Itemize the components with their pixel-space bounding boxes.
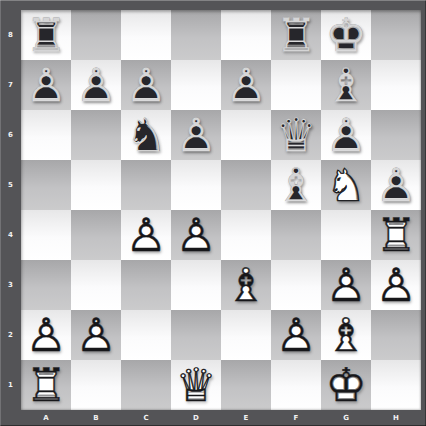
black-pawn-glyph-fill: ♟ [71, 60, 121, 110]
white-bishop-glyph-fill: ♝ [321, 310, 371, 360]
square-d1[interactable]: ♛♕ [171, 360, 221, 410]
black-pawn-glyph-outline: ♙ [321, 110, 371, 160]
black-rook-glyph-outline: ♖ [21, 10, 71, 60]
white-rook-glyph-outline: ♖ [371, 210, 421, 260]
square-b6[interactable] [71, 110, 121, 160]
board: ♜♖♜♖♚♔♟♙♟♙♟♙♟♙♝♗♞♘♟♙♛♕♟♙♝♗♞♘♟♙♟♙♟♙♜♖♝♗♟♙… [21, 10, 421, 410]
square-f2[interactable]: ♟♙ [271, 310, 321, 360]
square-f7[interactable] [271, 60, 321, 110]
black-bishop-glyph-outline: ♗ [321, 60, 371, 110]
file-label-d: D [171, 410, 221, 426]
piece-white-bishop[interactable]: ♝♗ [221, 260, 271, 310]
piece-white-pawn[interactable]: ♟♙ [121, 210, 171, 260]
board-frame: 87654321 ♜♖♜♖♚♔♟♙♟♙♟♙♟♙♝♗♞♘♟♙♛♕♟♙♝♗♞♘♟♙♟… [0, 0, 426, 426]
rank-label-3: 3 [0, 260, 21, 310]
white-bishop-glyph-outline: ♗ [321, 310, 371, 360]
black-queen-glyph-fill: ♛ [271, 110, 321, 160]
rank-label-8: 8 [0, 10, 21, 60]
white-pawn-glyph-outline: ♙ [321, 260, 371, 310]
white-rook-glyph-fill: ♜ [371, 210, 421, 260]
piece-white-bishop[interactable]: ♝♗ [321, 310, 371, 360]
piece-white-king[interactable]: ♚♔ [321, 360, 371, 410]
square-d7[interactable] [171, 60, 221, 110]
square-d3[interactable] [171, 260, 221, 310]
white-pawn-glyph-fill: ♟ [371, 260, 421, 310]
piece-white-queen[interactable]: ♛♕ [171, 360, 221, 410]
black-pawn-glyph-fill: ♟ [171, 110, 221, 160]
piece-white-knight[interactable]: ♞♘ [321, 160, 371, 210]
black-pawn-glyph-outline: ♙ [71, 60, 121, 110]
square-d8[interactable] [171, 10, 221, 60]
black-pawn-glyph-outline: ♙ [221, 60, 271, 110]
square-b1[interactable] [71, 360, 121, 410]
piece-black-pawn[interactable]: ♟♙ [71, 60, 121, 110]
square-a5[interactable] [21, 160, 71, 210]
black-pawn-glyph-fill: ♟ [321, 110, 371, 160]
piece-black-queen[interactable]: ♛♕ [271, 110, 321, 160]
piece-black-rook[interactable]: ♜♖ [21, 10, 71, 60]
square-f1[interactable] [271, 360, 321, 410]
square-a8[interactable]: ♜♖ [21, 10, 71, 60]
piece-black-pawn[interactable]: ♟♙ [221, 60, 271, 110]
square-e5[interactable] [221, 160, 271, 210]
black-pawn-glyph-outline: ♙ [371, 160, 421, 210]
white-pawn-glyph-fill: ♟ [171, 210, 221, 260]
square-c2[interactable] [121, 310, 171, 360]
file-label-b: B [71, 410, 121, 426]
square-h3[interactable]: ♟♙ [371, 260, 421, 310]
white-pawn-glyph-fill: ♟ [21, 310, 71, 360]
square-f8[interactable]: ♜♖ [271, 10, 321, 60]
black-queen-glyph-outline: ♕ [271, 110, 321, 160]
square-f6[interactable]: ♛♕ [271, 110, 321, 160]
black-pawn-glyph-fill: ♟ [21, 60, 71, 110]
white-pawn-glyph-fill: ♟ [71, 310, 121, 360]
square-c4[interactable]: ♟♙ [121, 210, 171, 260]
white-pawn-glyph-outline: ♙ [71, 310, 121, 360]
square-e7[interactable]: ♟♙ [221, 60, 271, 110]
black-bishop-glyph-outline: ♗ [271, 160, 321, 210]
black-pawn-glyph-outline: ♙ [21, 60, 71, 110]
white-rook-glyph-outline: ♖ [21, 360, 71, 410]
square-c1[interactable] [121, 360, 171, 410]
black-bishop-glyph-fill: ♝ [271, 160, 321, 210]
square-h4[interactable]: ♜♖ [371, 210, 421, 260]
white-knight-glyph-outline: ♘ [321, 160, 371, 210]
white-knight-glyph-fill: ♞ [321, 160, 371, 210]
square-g7[interactable]: ♝♗ [321, 60, 371, 110]
square-f4[interactable] [271, 210, 321, 260]
square-a7[interactable]: ♟♙ [21, 60, 71, 110]
rank-label-2: 2 [0, 310, 21, 360]
piece-black-bishop[interactable]: ♝♗ [271, 160, 321, 210]
piece-white-pawn[interactable]: ♟♙ [321, 260, 371, 310]
rank-label-7: 7 [0, 60, 21, 110]
piece-white-rook[interactable]: ♜♖ [21, 360, 71, 410]
square-b7[interactable]: ♟♙ [71, 60, 121, 110]
black-pawn-glyph-outline: ♙ [121, 60, 171, 110]
black-pawn-glyph-fill: ♟ [221, 60, 271, 110]
square-a3[interactable] [21, 260, 71, 310]
square-e1[interactable] [221, 360, 271, 410]
square-h5[interactable]: ♟♙ [371, 160, 421, 210]
square-g1[interactable]: ♚♔ [321, 360, 371, 410]
black-pawn-glyph-outline: ♙ [171, 110, 221, 160]
file-label-c: C [121, 410, 171, 426]
black-king-glyph-outline: ♔ [321, 10, 371, 60]
white-bishop-glyph-outline: ♗ [221, 260, 271, 310]
square-d4[interactable]: ♟♙ [171, 210, 221, 260]
square-h1[interactable] [371, 360, 421, 410]
square-a2[interactable]: ♟♙ [21, 310, 71, 360]
file-label-g: G [321, 410, 371, 426]
white-queen-glyph-outline: ♕ [171, 360, 221, 410]
square-d6[interactable]: ♟♙ [171, 110, 221, 160]
square-e4[interactable] [221, 210, 271, 260]
square-g4[interactable] [321, 210, 371, 260]
file-label-f: F [271, 410, 321, 426]
file-label-a: A [21, 410, 71, 426]
rank-label-4: 4 [0, 210, 21, 260]
black-knight-glyph-outline: ♘ [121, 110, 171, 160]
rank-labels: 87654321 [0, 10, 21, 410]
piece-black-pawn[interactable]: ♟♙ [121, 60, 171, 110]
square-c8[interactable] [121, 10, 171, 60]
square-a4[interactable] [21, 210, 71, 260]
square-e3[interactable]: ♝♗ [221, 260, 271, 310]
piece-black-pawn[interactable]: ♟♙ [371, 160, 421, 210]
piece-white-pawn[interactable]: ♟♙ [21, 310, 71, 360]
square-g2[interactable]: ♝♗ [321, 310, 371, 360]
square-g3[interactable]: ♟♙ [321, 260, 371, 310]
square-g6[interactable]: ♟♙ [321, 110, 371, 160]
piece-black-knight[interactable]: ♞♘ [121, 110, 171, 160]
black-bishop-glyph-fill: ♝ [321, 60, 371, 110]
piece-white-rook[interactable]: ♜♖ [371, 210, 421, 260]
square-f5[interactable]: ♝♗ [271, 160, 321, 210]
piece-black-rook[interactable]: ♜♖ [271, 10, 321, 60]
white-pawn-glyph-outline: ♙ [171, 210, 221, 260]
black-rook-glyph-fill: ♜ [21, 10, 71, 60]
file-label-h: H [371, 410, 421, 426]
square-f3[interactable] [271, 260, 321, 310]
file-labels: ABCDEFGH [21, 410, 421, 426]
piece-white-pawn[interactable]: ♟♙ [271, 310, 321, 360]
square-d5[interactable] [171, 160, 221, 210]
white-pawn-glyph-outline: ♙ [371, 260, 421, 310]
white-pawn-glyph-outline: ♙ [21, 310, 71, 360]
square-e6[interactable] [221, 110, 271, 160]
square-e8[interactable] [221, 10, 271, 60]
square-h6[interactable] [371, 110, 421, 160]
rank-label-6: 6 [0, 110, 21, 160]
piece-white-pawn[interactable]: ♟♙ [371, 260, 421, 310]
square-c7[interactable]: ♟♙ [121, 60, 171, 110]
piece-white-pawn[interactable]: ♟♙ [71, 310, 121, 360]
square-b2[interactable]: ♟♙ [71, 310, 121, 360]
piece-black-pawn[interactable]: ♟♙ [321, 110, 371, 160]
piece-black-pawn[interactable]: ♟♙ [171, 110, 221, 160]
white-queen-glyph-fill: ♛ [171, 360, 221, 410]
white-pawn-glyph-fill: ♟ [121, 210, 171, 260]
white-king-glyph-outline: ♔ [321, 360, 371, 410]
square-b4[interactable] [71, 210, 121, 260]
rank-label-5: 5 [0, 160, 21, 210]
white-bishop-glyph-fill: ♝ [221, 260, 271, 310]
white-pawn-glyph-outline: ♙ [121, 210, 171, 260]
piece-black-king[interactable]: ♚♔ [321, 10, 371, 60]
white-king-glyph-fill: ♚ [321, 360, 371, 410]
square-a1[interactable]: ♜♖ [21, 360, 71, 410]
rank-label-1: 1 [0, 360, 21, 410]
black-rook-glyph-outline: ♖ [271, 10, 321, 60]
piece-black-pawn[interactable]: ♟♙ [21, 60, 71, 110]
black-pawn-glyph-fill: ♟ [121, 60, 171, 110]
black-king-glyph-fill: ♚ [321, 10, 371, 60]
white-pawn-glyph-outline: ♙ [271, 310, 321, 360]
black-rook-glyph-fill: ♜ [271, 10, 321, 60]
black-knight-glyph-fill: ♞ [121, 110, 171, 160]
black-pawn-glyph-fill: ♟ [371, 160, 421, 210]
piece-white-pawn[interactable]: ♟♙ [171, 210, 221, 260]
square-g8[interactable]: ♚♔ [321, 10, 371, 60]
square-h7[interactable] [371, 60, 421, 110]
file-label-e: E [221, 410, 271, 426]
square-b3[interactable] [71, 260, 121, 310]
square-a6[interactable] [21, 110, 71, 160]
square-g5[interactable]: ♞♘ [321, 160, 371, 210]
square-b5[interactable] [71, 160, 121, 210]
piece-black-bishop[interactable]: ♝♗ [321, 60, 371, 110]
square-b8[interactable] [71, 10, 121, 60]
square-h2[interactable] [371, 310, 421, 360]
square-c5[interactable] [121, 160, 171, 210]
square-d2[interactable] [171, 310, 221, 360]
square-h8[interactable] [371, 10, 421, 60]
white-pawn-glyph-fill: ♟ [271, 310, 321, 360]
square-c3[interactable] [121, 260, 171, 310]
square-c6[interactable]: ♞♘ [121, 110, 171, 160]
white-pawn-glyph-fill: ♟ [321, 260, 371, 310]
white-rook-glyph-fill: ♜ [21, 360, 71, 410]
square-e2[interactable] [221, 310, 271, 360]
